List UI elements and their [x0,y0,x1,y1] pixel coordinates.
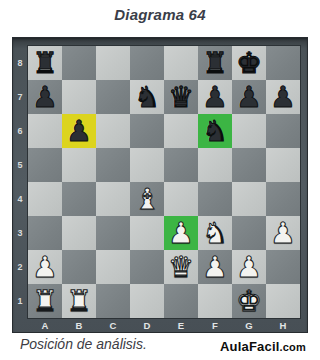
piece-black-pawn: ♟ [62,114,96,148]
square-g4 [232,182,266,216]
square-h7: ♟ [266,80,300,114]
piece-black-knight: ♞ [198,114,232,148]
square-e7: ♛ [164,80,198,114]
file-label-d: D [130,318,164,333]
square-e6 [164,114,198,148]
rank-label-5: 5 [12,148,28,182]
square-g2: ♟ [232,250,266,284]
piece-black-pawn: ♟ [28,80,62,114]
piece-white-pawn: ♟ [164,216,198,250]
file-label-f: F [198,318,232,333]
piece-white-rook: ♜ [28,284,62,318]
file-label-e: E [164,318,198,333]
square-a6 [28,114,62,148]
piece-black-pawn: ♟ [266,80,300,114]
piece-black-king: ♚ [232,46,266,80]
square-e5 [164,148,198,182]
square-e3: ♟ [164,216,198,250]
site-logo: AulaFacil.com [220,339,306,354]
file-label-c: C [96,318,130,333]
square-d5 [130,148,164,182]
square-g3 [232,216,266,250]
piece-black-rook: ♜ [28,46,62,80]
square-c2 [96,250,130,284]
square-g6 [232,114,266,148]
square-g7: ♟ [232,80,266,114]
square-f3: ♞ [198,216,232,250]
site-logo-tld: .com [280,341,306,353]
piece-black-pawn: ♟ [232,80,266,114]
square-b1: ♜ [62,284,96,318]
piece-white-rook: ♜ [62,284,96,318]
site-logo-name: AulaFacil [220,339,280,354]
diagram-title: Diagrama 64 [0,6,320,23]
square-c4 [96,182,130,216]
square-c5 [96,148,130,182]
square-a7: ♟ [28,80,62,114]
square-h2 [266,250,300,284]
square-b4 [62,182,96,216]
piece-black-rook: ♜ [198,46,232,80]
square-c3 [96,216,130,250]
square-f4 [198,182,232,216]
square-h6 [266,114,300,148]
piece-black-knight: ♞ [130,80,164,114]
square-g5 [232,148,266,182]
square-a3 [28,216,62,250]
square-b7 [62,80,96,114]
square-f6: ♞ [198,114,232,148]
piece-white-king: ♚ [232,284,266,318]
square-h1 [266,284,300,318]
rank-label-4: 4 [12,182,28,216]
rank-label-8: 8 [12,46,28,80]
square-d4: ♝ [130,182,164,216]
square-d7: ♞ [130,80,164,114]
piece-black-pawn: ♟ [198,80,232,114]
square-g8: ♚ [232,46,266,80]
square-g1: ♚ [232,284,266,318]
square-e4 [164,182,198,216]
square-b3 [62,216,96,250]
square-c1 [96,284,130,318]
square-d6 [130,114,164,148]
square-d8 [130,46,164,80]
rank-label-3: 3 [12,216,28,250]
rank-label-6: 6 [12,114,28,148]
rank-label-7: 7 [12,80,28,114]
square-a1: ♜ [28,284,62,318]
board-squares: ♜♜♚♟♞♛♟♟♟♟♞♝♟♞♟♟♛♟♟♜♜♚ [28,46,300,318]
square-b5 [62,148,96,182]
square-a8: ♜ [28,46,62,80]
file-label-g: G [232,318,266,333]
square-c6 [96,114,130,148]
piece-white-pawn: ♟ [28,250,62,284]
square-h4 [266,182,300,216]
rank-label-1: 1 [12,284,28,318]
square-a4 [28,182,62,216]
square-d2 [130,250,164,284]
square-e8 [164,46,198,80]
piece-white-bishop: ♝ [130,182,164,216]
square-e1 [164,284,198,318]
square-h3: ♟ [266,216,300,250]
square-d1 [130,284,164,318]
square-e2: ♛ [164,250,198,284]
square-f2: ♟ [198,250,232,284]
square-f8: ♜ [198,46,232,80]
file-label-h: H [266,318,300,333]
chess-board: 87654321 ♜♜♚♟♞♛♟♟♟♟♞♝♟♞♟♟♛♟♟♜♜♚ ABCDEFGH [12,37,308,333]
square-f5 [198,148,232,182]
piece-white-queen: ♛ [164,250,198,284]
piece-white-pawn: ♟ [198,250,232,284]
square-b8 [62,46,96,80]
square-a2: ♟ [28,250,62,284]
file-labels: ABCDEFGH [28,318,300,333]
square-f1 [198,284,232,318]
piece-white-knight: ♞ [198,216,232,250]
square-h5 [266,148,300,182]
board-caption: Posición de análisis. [20,336,147,352]
square-c7 [96,80,130,114]
piece-white-pawn: ♟ [266,216,300,250]
square-c8 [96,46,130,80]
square-d3 [130,216,164,250]
rank-labels: 87654321 [12,46,28,318]
file-label-a: A [28,318,62,333]
piece-black-queen: ♛ [164,80,198,114]
square-h8 [266,46,300,80]
rank-label-2: 2 [12,250,28,284]
square-f7: ♟ [198,80,232,114]
piece-white-pawn: ♟ [232,250,266,284]
square-a5 [28,148,62,182]
square-b2 [62,250,96,284]
file-label-b: B [62,318,96,333]
square-b6: ♟ [62,114,96,148]
